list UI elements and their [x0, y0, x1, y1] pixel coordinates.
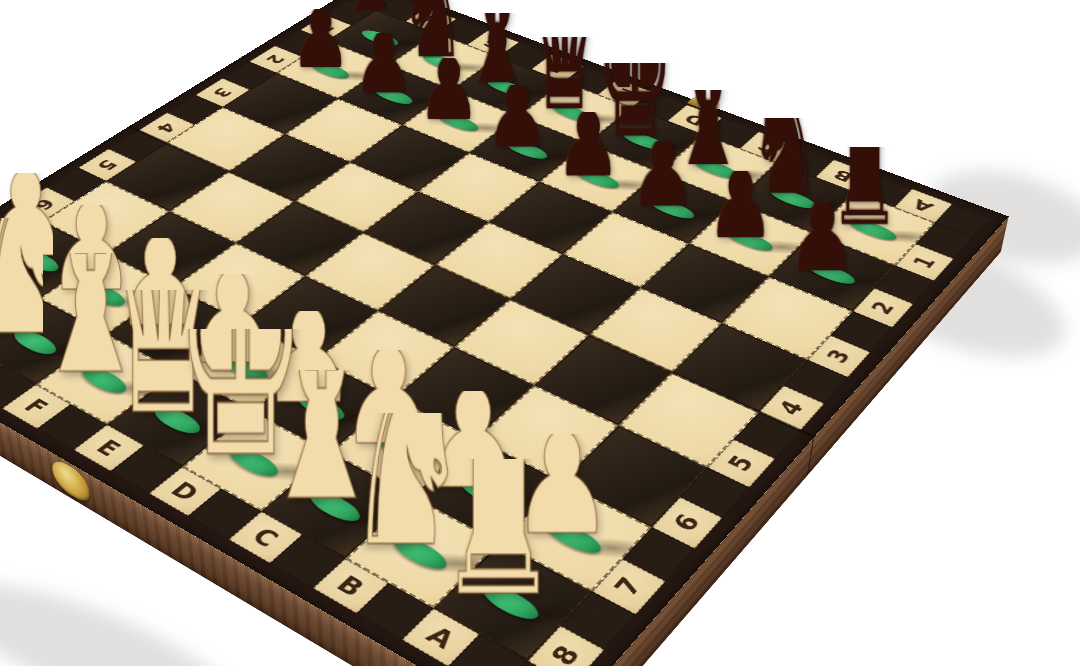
board-grid: ♜♞♝♛♚✚♝♞♜♟♟♟♟♟♟♟♟♟♟♟♟♟♟♟♟♜♞♝♛♚✚♝♞♜ [0, 10, 935, 661]
coordinate-label: 6 [669, 510, 705, 534]
pawn-glyph: ♟ [787, 203, 858, 282]
rook-glyph: ♜ [428, 459, 569, 616]
brass-clasp-icon [50, 454, 92, 507]
chess-board-box: HGFEDCBA 12345678 12345678 HGFEDCBA ♜♞♝♛… [0, 0, 1009, 666]
coordinate-label: B [332, 572, 369, 600]
coordinate-label: F [20, 395, 53, 417]
coordinate-label: 8 [547, 641, 586, 666]
coordinate-label: 7 [610, 573, 647, 599]
crown-ball [125, 198, 146, 219]
pawn-glyph: ♟ [629, 141, 697, 216]
pawn-glyph: ♟ [290, 9, 351, 77]
pawn-glyph: ♟ [485, 85, 550, 157]
king-cross: ✚ [621, 0, 649, 9]
pawn-glyph: ♟ [555, 112, 621, 186]
coordinate-label: 5 [724, 452, 759, 475]
photo-scene: HGFEDCBA 12345678 12345678 HGFEDCBA ♜♞♝♛… [0, 0, 1080, 666]
crown-ball [153, 198, 174, 219]
coordinate-label: A [910, 197, 938, 214]
coordinate-label: C [248, 524, 284, 550]
coordinate-label: 4 [775, 397, 809, 418]
board-top-surface: HGFEDCBA 12345678 12345678 HGFEDCBA ♜♞♝♛… [0, 0, 1009, 666]
coordinate-label: 1 [909, 254, 940, 271]
coordinate-label: 2 [867, 298, 899, 316]
coordinate-label: E [92, 436, 126, 459]
coordinate-label: 3 [823, 346, 856, 366]
pawn-glyph: ♟ [417, 58, 480, 129]
pawn-glyph: ♟ [706, 171, 775, 248]
coordinate-label: 2 [263, 53, 289, 66]
pawn-glyph: ♟ [353, 33, 415, 102]
coordinate-label: 3 [209, 86, 236, 99]
coordinate-label: 4 [153, 121, 180, 135]
coordinate-label: A [422, 622, 460, 652]
coordinate-label: D [166, 478, 204, 504]
